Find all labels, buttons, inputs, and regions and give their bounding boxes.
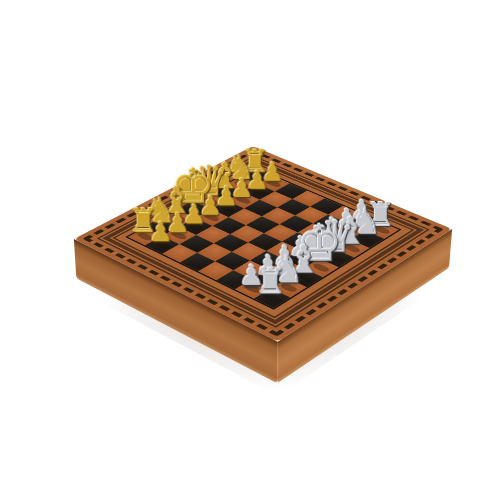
gold-pawn: ♟ — [139, 218, 184, 245]
chess-box: ♜♟♟♜♞♟♟♞♝♟♟♝♛♟♟♛♚♟♟♚♝♟♟♝♞♟♟♞♜♟♟♜ — [74, 146, 452, 342]
board-square — [212, 217, 246, 234]
silver-rook: ♜ — [247, 264, 294, 299]
board-square: ♟ — [145, 236, 179, 254]
scene: ♜♟♟♜♞♟♟♞♝♟♟♝♛♟♟♛♚♟♟♚♝♟♟♝♞♟♟♞♜♟♟♜ — [0, 0, 480, 480]
board-square: ♜ — [254, 288, 290, 308]
product-photo: ♜♟♟♜♞♟♟♞♝♟♟♝♛♟♟♛♚♟♟♚♝♟♟♝♞♟♟♞♜♟♟♜ — [0, 0, 480, 480]
